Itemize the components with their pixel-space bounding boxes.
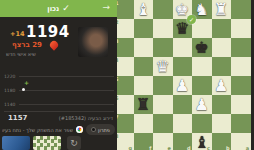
lesson-video-thumbnail[interactable] — [78, 27, 108, 57]
gridline-row: 1140 — [4, 102, 114, 107]
square-c3[interactable]: ♚ — [192, 38, 212, 57]
piece-bK-c3[interactable]: ♚ — [192, 38, 212, 57]
retry-icon: ↻ — [70, 139, 78, 148]
actions-row: שפר את המשחק שלך - נתח בעיות פתרון — [2, 124, 115, 135]
square-g8[interactable]: 8g — [117, 133, 134, 150]
square-g7[interactable]: 7 — [117, 114, 134, 133]
square-e5[interactable] — [153, 76, 173, 95]
square-a2[interactable] — [231, 19, 251, 38]
square-d3[interactable] — [173, 38, 193, 57]
square-c6[interactable]: ♟ — [192, 95, 212, 114]
square-b3[interactable] — [212, 38, 232, 57]
flame-icon — [48, 39, 59, 50]
piece-wP-b5[interactable]: ♟ — [212, 76, 232, 95]
rank-label-2: 2 — [117, 20, 118, 25]
square-e7[interactable] — [153, 114, 173, 133]
gridline-label: 1220 — [4, 74, 17, 79]
file-label-a: a — [246, 146, 249, 150]
rating-graph: 1220 1180 1140 + — [4, 70, 114, 110]
square-b5[interactable]: ♟ — [212, 76, 232, 95]
file-label-g: g — [128, 146, 132, 150]
square-a3[interactable] — [231, 38, 251, 57]
rank-label-1: 1 — [117, 1, 118, 6]
square-e2[interactable] — [153, 19, 173, 38]
gridline-label: 1180 — [4, 88, 17, 93]
square-d8[interactable]: d — [173, 133, 193, 150]
rank-label-6: 6 — [117, 96, 118, 101]
file-label-c: c — [207, 146, 210, 150]
file-label-e: e — [168, 146, 171, 150]
rating-gain-marker: + — [24, 80, 29, 86]
correct-label: נכון — [47, 5, 59, 13]
square-g4[interactable]: 4 — [117, 57, 134, 76]
square-f7[interactable] — [134, 114, 154, 133]
square-d4[interactable] — [173, 57, 193, 76]
correct-move-badge: ✓ — [187, 15, 196, 24]
square-f8[interactable]: f — [134, 133, 154, 150]
piece-wR-b1[interactable]: ♜ — [212, 0, 232, 19]
streak-subtext: שיא אישי חדש — [6, 51, 36, 57]
square-b6[interactable] — [212, 95, 232, 114]
square-b8[interactable]: b — [212, 133, 232, 150]
square-f2[interactable] — [134, 19, 154, 38]
gridline-row: 1180 — [4, 88, 114, 93]
rank-label-8: 8 — [117, 134, 118, 139]
piece-wP-c6[interactable]: ♟ — [192, 95, 212, 114]
square-f1[interactable]: ♝ — [134, 0, 154, 19]
streak-row: 29 ברצף — [12, 41, 58, 49]
puzzle-rating-label: דירוג הבעיה (#185342) — [59, 115, 113, 121]
gridline-label: 1140 — [4, 102, 17, 107]
rank-label-7: 7 — [117, 115, 118, 120]
gridline — [19, 90, 114, 91]
gridline — [19, 104, 114, 105]
square-a8[interactable]: a — [231, 133, 251, 150]
puzzle-thumbnail-board[interactable] — [33, 136, 61, 150]
square-e8[interactable]: e — [153, 133, 173, 150]
improve-link[interactable]: שפר את המשחק שלך - נתח בעיות — [2, 127, 73, 133]
solution-icon — [91, 127, 96, 132]
square-g3[interactable]: 3 — [117, 38, 134, 57]
square-a1[interactable] — [231, 0, 251, 19]
correct-banner: נכון ✓ → — [0, 0, 117, 17]
piece-wP-d5[interactable]: ♟ — [173, 76, 193, 95]
rank-label-5: 5 — [117, 77, 118, 82]
browser-extension-icon[interactable] — [76, 126, 83, 133]
square-c8[interactable]: ♝c — [192, 133, 212, 150]
square-e1[interactable] — [153, 0, 173, 19]
puzzle-rating-value: 1157 — [8, 114, 27, 122]
square-e6[interactable] — [153, 95, 173, 114]
rank-label-3: 3 — [117, 39, 118, 44]
rating-data-point — [22, 88, 25, 91]
square-b7[interactable] — [212, 114, 232, 133]
square-f3[interactable] — [134, 38, 154, 57]
divider — [4, 111, 114, 112]
square-g1[interactable]: 1 — [117, 0, 134, 19]
puzzle-sidebar: נכון ✓ → +14 1194 29 ברצף שיא אישי חדש 1… — [0, 0, 117, 150]
file-label-d: d — [187, 146, 191, 150]
board-area: 1♝♚♞♜2♛✓3♚4♛5♟♟6♜♟7h8gfed♝cba — [117, 0, 254, 150]
rating-value: 1194 — [26, 23, 70, 41]
square-g2[interactable]: 2 — [117, 19, 134, 38]
solution-label: פתרון — [98, 127, 110, 133]
square-a6[interactable] — [231, 95, 251, 114]
square-c7[interactable] — [192, 114, 212, 133]
gridline-row: 1220 — [4, 74, 114, 79]
square-b4[interactable] — [212, 57, 232, 76]
check-icon: ✓ — [62, 4, 70, 13]
related-thumbnails: ↻ — [2, 136, 81, 150]
piece-bR-f6[interactable]: ♜ — [134, 95, 154, 114]
rank-label-4: 4 — [117, 58, 118, 63]
square-f4[interactable] — [134, 57, 154, 76]
streak-label: 29 ברצף — [12, 41, 42, 49]
square-g6[interactable]: 6 — [117, 95, 134, 114]
square-f5[interactable] — [134, 76, 154, 95]
piece-wB-f1[interactable]: ♝ — [134, 0, 154, 19]
square-d2[interactable]: ♛✓ — [173, 19, 193, 38]
square-b1[interactable]: ♜ — [212, 0, 232, 19]
square-d6[interactable] — [173, 95, 193, 114]
gridline — [19, 76, 114, 77]
square-a4[interactable] — [231, 57, 251, 76]
lesson-thumbnail-blue[interactable] — [2, 136, 30, 150]
puzzle-rating-row: 1157 דירוג הבעיה (#185342) — [0, 113, 117, 123]
app-window: נכון ✓ → +14 1194 29 ברצף שיא אישי חדש 1… — [0, 0, 254, 150]
square-c5[interactable] — [192, 76, 212, 95]
square-d5[interactable]: ♟ — [173, 76, 193, 95]
square-e3[interactable] — [153, 38, 173, 57]
square-d7[interactable] — [173, 114, 193, 133]
solution-button[interactable]: פתרון — [86, 124, 115, 135]
file-label-f: f — [149, 146, 151, 150]
square-g5[interactable]: 5 — [117, 76, 134, 95]
square-c4[interactable] — [192, 57, 212, 76]
board: 1♝♚♞♜2♛✓3♚4♛5♟♟6♜♟7h8gfed♝cba — [117, 0, 251, 150]
piece-wQ-e4[interactable]: ♛ — [153, 57, 173, 76]
square-b2[interactable] — [212, 19, 232, 38]
rating-delta: +14 — [10, 30, 25, 38]
square-a5[interactable] — [231, 76, 251, 95]
square-a7[interactable] — [231, 114, 251, 133]
file-label-b: b — [226, 146, 230, 150]
next-puzzle-arrow-icon[interactable]: → — [102, 2, 110, 12]
retry-button[interactable]: ↻ — [67, 136, 81, 150]
square-e4[interactable]: ♛ — [153, 57, 173, 76]
square-f6[interactable]: ♜ — [134, 95, 154, 114]
